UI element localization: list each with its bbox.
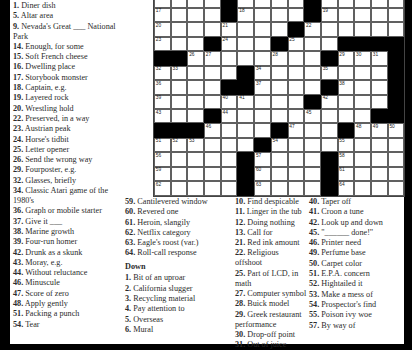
grid-cell[interactable]: [237, 22, 254, 36]
grid-cell[interactable]: [271, 22, 288, 36]
black-cell: [338, 37, 355, 51]
grid-cell[interactable]: [354, 22, 371, 36]
grid-cell[interactable]: 23: [154, 37, 171, 51]
black-cell: [388, 37, 405, 51]
grid-cell[interactable]: [304, 138, 321, 152]
grid-cell[interactable]: [288, 152, 305, 166]
grid-cell[interactable]: [187, 181, 204, 195]
grid-cell[interactable]: [204, 8, 221, 22]
grid-cell[interactable]: [271, 181, 288, 195]
grid-cell[interactable]: 38: [338, 80, 355, 94]
clue-item[interactable]: 28. Buick model: [235, 299, 307, 309]
grid-cell[interactable]: [304, 181, 321, 195]
clue-item[interactable]: 40. Taper off: [309, 197, 403, 207]
clue-item[interactable]: 43. Moray, e.g.: [13, 258, 123, 268]
grid-cell[interactable]: [304, 123, 321, 137]
clue-item[interactable]: 46. Minuscule: [13, 278, 123, 288]
grid-cell[interactable]: [354, 66, 371, 80]
clue-item[interactable]: 60. Revered one: [125, 207, 225, 217]
black-cell: [154, 51, 171, 65]
grid-cell[interactable]: [304, 152, 321, 166]
black-cell: [204, 37, 221, 51]
grid-cell[interactable]: 39: [154, 95, 171, 109]
clue-item[interactable]: 42. Drunk as a skunk: [13, 248, 123, 258]
grid-cell[interactable]: [254, 123, 271, 137]
bottom-column-2: 59. Cantilevered window60. Revered one61…: [125, 197, 225, 335]
grid-cell[interactable]: [288, 109, 305, 123]
cell-number: 21: [223, 23, 228, 29]
grid-cell[interactable]: [171, 95, 188, 109]
grid-cell[interactable]: [171, 37, 188, 51]
grid-cell[interactable]: [388, 138, 405, 152]
clue-item[interactable]: 14. Enough, for some: [13, 42, 123, 52]
grid-cell[interactable]: [254, 95, 271, 109]
grid-cell[interactable]: 43: [154, 109, 171, 123]
grid-cell[interactable]: [338, 66, 355, 80]
black-cell: [321, 167, 338, 181]
clue-item[interactable]: 42. Look up and down: [309, 218, 403, 228]
clue-number: 34.: [13, 186, 23, 195]
grid-cell[interactable]: [288, 51, 305, 65]
clue-item[interactable]: 52. Hightailed it: [309, 279, 403, 289]
black-cell: [254, 138, 271, 152]
grid-cell[interactable]: [221, 66, 238, 80]
crossword-grid[interactable]: 1234567891011121314151617181920212223242…: [153, 0, 405, 197]
clue-item[interactable]: 13. Call for: [235, 228, 307, 238]
grid-cell[interactable]: [204, 80, 221, 94]
grid-cell[interactable]: [171, 152, 188, 166]
grid-cell[interactable]: [338, 95, 355, 109]
grid-cell[interactable]: 57: [254, 152, 271, 166]
clue-number: 51.: [13, 309, 23, 318]
grid-cell[interactable]: [271, 8, 288, 22]
grid-cell[interactable]: 29: [338, 51, 355, 65]
clue-item[interactable]: 2. California slugger: [125, 284, 225, 294]
grid-cell[interactable]: [271, 152, 288, 166]
grid-cell[interactable]: [371, 167, 388, 181]
grid-cell[interactable]: [321, 22, 338, 36]
grid-cell[interactable]: 52: [171, 138, 188, 152]
grid-cell[interactable]: [171, 8, 188, 22]
grid-cell[interactable]: [354, 152, 371, 166]
clue-item[interactable]: 4. Pay attention to: [125, 304, 225, 314]
grid-cell[interactable]: 40: [221, 95, 238, 109]
clue-number: 14.: [13, 42, 23, 51]
clue-item[interactable]: 27. Computer symbol: [235, 289, 307, 299]
clue-item[interactable]: 36. Graph or mobile starter: [13, 206, 123, 216]
clue-number: 29.: [13, 165, 23, 174]
clue-number: 17.: [13, 73, 23, 82]
grid-cell[interactable]: 30: [354, 51, 371, 65]
across-clues-column-2: 59. Cantilevered window60. Revered one61…: [125, 197, 225, 258]
grid-cell[interactable]: [371, 138, 388, 152]
grid-cell[interactable]: [187, 167, 204, 181]
clue-item[interactable]: 26. Send the wrong way: [13, 155, 123, 165]
grid-cell[interactable]: 58: [338, 152, 355, 166]
grid-cell[interactable]: 18: [237, 8, 254, 22]
grid-cell[interactable]: 25: [288, 37, 305, 51]
black-cell: [221, 8, 238, 22]
grid-cell[interactable]: 63: [254, 181, 271, 195]
grid-cell[interactable]: [321, 109, 338, 123]
grid-cell[interactable]: 16: [321, 0, 338, 8]
grid-cell[interactable]: [388, 0, 405, 8]
grid-cell[interactable]: 53: [187, 138, 204, 152]
grid-cell[interactable]: 62: [154, 181, 171, 195]
grid-cell[interactable]: 33: [171, 66, 188, 80]
clue-number: 16.: [13, 62, 23, 71]
grid-cell[interactable]: [371, 95, 388, 109]
clue-item[interactable]: 31. Out of juice: [235, 340, 307, 350]
clue-item[interactable]: 22. Religious offshoot: [235, 248, 307, 268]
clue-item[interactable]: 5. Altar area: [13, 11, 123, 21]
grid-cell[interactable]: 51: [154, 138, 171, 152]
grid-cell[interactable]: 59: [154, 167, 171, 181]
grid-cell[interactable]: 34: [254, 66, 271, 80]
grid-cell[interactable]: [187, 22, 204, 36]
grid-cell[interactable]: [354, 109, 371, 123]
grid-cell[interactable]: [221, 167, 238, 181]
cell-number: 42: [323, 95, 328, 101]
clue-item[interactable]: 48. Apply gently: [13, 299, 123, 309]
clue-number: 2.: [125, 284, 131, 293]
grid-cell[interactable]: 46: [204, 123, 221, 137]
clue-item[interactable]: 34. Classic Atari game of the 1980's: [13, 186, 123, 206]
grid-cell[interactable]: [254, 51, 271, 65]
cell-number: 44: [223, 110, 228, 116]
grid-cell[interactable]: [321, 123, 338, 137]
clue-item[interactable]: 30. Drop-off point: [235, 330, 307, 340]
grid-cell[interactable]: [388, 8, 405, 22]
grid-cell[interactable]: [237, 51, 254, 65]
cell-number: 43: [156, 110, 161, 116]
grid-cell[interactable]: [371, 80, 388, 94]
grid-cell[interactable]: 49: [371, 123, 388, 137]
grid-cell[interactable]: 45: [304, 109, 321, 123]
clue-item[interactable]: 54. Tear: [13, 320, 123, 330]
grid-cell[interactable]: [371, 66, 388, 80]
grid-cell[interactable]: [338, 109, 355, 123]
clue-number: 1.: [13, 1, 19, 10]
clue-item[interactable]: 17. Storybook monster: [13, 73, 123, 83]
grid-cell[interactable]: [321, 138, 338, 152]
grid-cell[interactable]: [221, 123, 238, 137]
cell-number: 53: [189, 138, 194, 144]
clue-item[interactable]: 15. Soft French cheese: [13, 52, 123, 62]
grid-cell[interactable]: [388, 167, 405, 181]
clue-item[interactable]: 25. Part of LCD, in math: [235, 269, 307, 289]
grid-cell[interactable]: [321, 37, 338, 51]
grid-cell[interactable]: [271, 66, 288, 80]
cell-number: 17: [156, 8, 161, 14]
grid-cell[interactable]: 36: [154, 80, 171, 94]
grid-cell[interactable]: [354, 0, 371, 8]
grid-cell[interactable]: [271, 95, 288, 109]
grid-cell[interactable]: [204, 181, 221, 195]
grid-cell[interactable]: [237, 37, 254, 51]
clue-item[interactable]: 64. Roll-call response: [125, 248, 225, 258]
grid-cell[interactable]: 14: [154, 0, 171, 8]
grid-cell[interactable]: [204, 22, 221, 36]
grid-cell[interactable]: [237, 138, 254, 152]
grid-cell[interactable]: 50: [388, 123, 405, 137]
clue-item[interactable]: 3. Recycling material: [125, 294, 225, 304]
grid-cell[interactable]: [187, 37, 204, 51]
grid-cell[interactable]: [271, 167, 288, 181]
grid-cell[interactable]: [271, 80, 288, 94]
grid-cell[interactable]: [221, 152, 238, 166]
grid-cell[interactable]: [187, 80, 204, 94]
grid-cell[interactable]: [304, 66, 321, 80]
black-cell: [271, 123, 288, 137]
grid-cell[interactable]: [354, 181, 371, 195]
grid-cell[interactable]: [254, 0, 271, 8]
clue-number: 11.: [235, 207, 245, 216]
clue-number: 5.: [125, 315, 131, 324]
grid-cell[interactable]: [221, 138, 238, 152]
cell-number: 35: [323, 66, 328, 72]
clue-item[interactable]: 50. Carpet color: [309, 259, 403, 269]
across-clues-column-1: 1. Diner dish5. Altar area9. Nevada's Gr…: [13, 1, 123, 330]
grid-cell[interactable]: 19: [321, 8, 338, 22]
clue-item[interactable]: 51. Packing a punch: [13, 309, 123, 319]
clue-item[interactable]: 22. Preserved, in a way: [13, 114, 123, 124]
grid-cell[interactable]: [271, 0, 288, 8]
clue-number: 6.: [125, 325, 131, 334]
clue-number: 26.: [13, 155, 23, 164]
grid-cell[interactable]: [221, 51, 238, 65]
clue-item[interactable]: 41. Croon a tune: [309, 207, 403, 217]
grid-cell[interactable]: [304, 80, 321, 94]
grid-cell[interactable]: [388, 181, 405, 195]
grid-cell[interactable]: [171, 109, 188, 123]
clue-item[interactable]: 5. Overseas: [125, 315, 225, 325]
grid-cell[interactable]: 32: [154, 66, 171, 80]
black-cell: [171, 123, 188, 137]
grid-cell[interactable]: [187, 0, 204, 8]
cell-number: 20: [156, 23, 161, 29]
grid-cell[interactable]: [288, 66, 305, 80]
grid-cell[interactable]: 61: [338, 167, 355, 181]
clue-item[interactable]: 38. Marine growth: [13, 227, 123, 237]
cell-number: 46: [206, 124, 211, 130]
grid-cell[interactable]: 22: [304, 22, 321, 36]
clue-number: 46.: [309, 238, 319, 247]
clue-item[interactable]: 51. E.P.A. concern: [309, 269, 403, 279]
grid-cell[interactable]: [354, 80, 371, 94]
clue-item[interactable]: 19. Layered rock: [13, 93, 123, 103]
clue-number: 37.: [13, 217, 23, 226]
grid-cell[interactable]: [288, 138, 305, 152]
grid-cell[interactable]: 28: [271, 51, 288, 65]
cell-number: 41: [239, 95, 244, 101]
grid-cell[interactable]: [187, 8, 204, 22]
grid-cell[interactable]: [187, 66, 204, 80]
cell-number: 36: [156, 81, 161, 87]
grid-cell[interactable]: [371, 0, 388, 8]
clue-item[interactable]: 6. Mural: [125, 325, 225, 335]
clue-item[interactable]: 44. Without reluctance: [13, 268, 123, 278]
grid-cell[interactable]: [204, 66, 221, 80]
grid-cell[interactable]: [204, 152, 221, 166]
clue-item[interactable]: 39. Four-run homer: [13, 237, 123, 247]
clue-item[interactable]: 23. Austrian peak: [13, 124, 123, 134]
black-cell: [221, 0, 238, 8]
clue-item[interactable]: 55. Poison ivy woe: [309, 310, 403, 320]
clue-item[interactable]: 1. Diner dish: [13, 1, 123, 11]
grid-cell[interactable]: [288, 95, 305, 109]
clue-item[interactable]: 37. Give it ___: [13, 217, 123, 227]
grid-cell[interactable]: 15: [237, 0, 254, 8]
grid-cell[interactable]: [304, 51, 321, 65]
cell-number: 45: [306, 110, 311, 116]
grid-cell[interactable]: 17: [154, 8, 171, 22]
clue-number: 63.: [125, 238, 135, 247]
clue-item[interactable]: 53. Make a mess of: [309, 290, 403, 300]
grid-cell[interactable]: 26: [187, 51, 204, 65]
clue-item[interactable]: 21. Red ink amount: [235, 238, 307, 248]
grid-cell[interactable]: [237, 123, 254, 137]
grid-cell[interactable]: [187, 152, 204, 166]
grid-cell[interactable]: 31: [371, 51, 388, 65]
clue-number: 43.: [13, 258, 23, 267]
clue-item[interactable]: 11. Linger in the tub: [235, 207, 307, 217]
clue-item[interactable]: 29. Fourposter, e.g.: [13, 165, 123, 175]
cell-number: 55: [339, 138, 344, 144]
grid-cell[interactable]: [288, 8, 305, 22]
clue-item[interactable]: 24. Horse's tidbit: [13, 135, 123, 145]
clue-item[interactable]: 10. Find despicable: [235, 197, 307, 207]
grid-cell[interactable]: [288, 0, 305, 8]
grid-cell[interactable]: [371, 181, 388, 195]
grid-cell[interactable]: [338, 22, 355, 36]
clue-number: 51.: [309, 269, 319, 278]
grid-cell[interactable]: [288, 181, 305, 195]
grid-cell[interactable]: [354, 8, 371, 22]
clue-item[interactable]: 25. Letter opener: [13, 145, 123, 155]
grid-cell[interactable]: [354, 138, 371, 152]
grid-cell[interactable]: [221, 181, 238, 195]
grid-cell[interactable]: 41: [237, 95, 254, 109]
clue-item[interactable]: 47. Score of zero: [13, 289, 123, 299]
grid-cell[interactable]: [204, 167, 221, 181]
grid-cell[interactable]: 44: [221, 109, 238, 123]
clue-item[interactable]: 16. Dwelling place: [13, 62, 123, 72]
clue-number: 36.: [13, 206, 23, 215]
grid-cell[interactable]: [338, 8, 355, 22]
clue-item[interactable]: 59. Cantilevered window: [125, 197, 225, 207]
grid-cell[interactable]: [171, 80, 188, 94]
clue-item[interactable]: 20. Wrestling hold: [13, 104, 123, 114]
grid-cell[interactable]: [204, 0, 221, 8]
grid-cell[interactable]: 56: [154, 152, 171, 166]
grid-cell[interactable]: 60: [254, 167, 271, 181]
clue-number: 41.: [309, 207, 319, 216]
cell-number: 38: [339, 81, 344, 87]
clue-number: 57.: [309, 321, 319, 330]
grid-cell[interactable]: [388, 22, 405, 36]
clue-item[interactable]: 46. Printer need: [309, 238, 403, 248]
clue-item[interactable]: 62. Netflix category: [125, 228, 225, 238]
grid-cell[interactable]: [171, 0, 188, 8]
grid-cell[interactable]: [254, 109, 271, 123]
grid-cell[interactable]: [288, 80, 305, 94]
clue-item[interactable]: 49. Perfume base: [309, 248, 403, 258]
grid-cell[interactable]: [354, 167, 371, 181]
grid-cell[interactable]: [338, 0, 355, 8]
grid-cell[interactable]: 21: [221, 22, 238, 36]
black-cell: [237, 66, 254, 80]
black-cell: [171, 51, 188, 65]
clue-item[interactable]: 1. Bit of an uproar: [125, 273, 225, 283]
grid-cell[interactable]: [371, 152, 388, 166]
grid-cell[interactable]: [354, 95, 371, 109]
clue-item[interactable]: 18. Captain, e.g.: [13, 83, 123, 93]
grid-cell[interactable]: 24: [221, 37, 238, 51]
grid-cell[interactable]: 35: [321, 66, 338, 80]
grid-cell[interactable]: 42: [321, 95, 338, 109]
grid-cell[interactable]: [254, 37, 271, 51]
grid-cell[interactable]: 64: [338, 181, 355, 195]
grid-cell[interactable]: 48: [354, 123, 371, 137]
clue-number: 50.: [309, 259, 319, 268]
grid-cell[interactable]: [388, 152, 405, 166]
clue-item[interactable]: 54. Prospector's find: [309, 300, 403, 310]
clue-item[interactable]: 61. Heroin, slangily: [125, 218, 225, 228]
clue-number: 64.: [125, 248, 135, 257]
clue-item[interactable]: 12. Doing nothing: [235, 218, 307, 228]
clue-item[interactable]: 57. By way of: [309, 321, 403, 331]
grid-cell[interactable]: [271, 109, 288, 123]
clue-item[interactable]: 32. Glasses, briefly: [13, 176, 123, 186]
grid-cell[interactable]: [371, 8, 388, 22]
grid-cell[interactable]: [171, 22, 188, 36]
grid-cell[interactable]: [304, 167, 321, 181]
clue-number: 4.: [125, 304, 131, 313]
grid-cell[interactable]: [204, 95, 221, 109]
grid-cell[interactable]: 37: [254, 80, 271, 94]
clue-item[interactable]: 9. Nevada's Great ___ National Park: [13, 22, 123, 42]
grid-cell[interactable]: [288, 167, 305, 181]
black-cell: [371, 109, 388, 123]
grid-cell[interactable]: 27: [204, 51, 221, 65]
grid-cell[interactable]: 20: [154, 22, 171, 36]
grid-cell[interactable]: [304, 37, 321, 51]
grid-cell[interactable]: [171, 167, 188, 181]
grid-cell[interactable]: [254, 22, 271, 36]
black-cell: [321, 80, 338, 94]
grid-cell[interactable]: [171, 181, 188, 195]
grid-cell[interactable]: [204, 138, 221, 152]
grid-cell[interactable]: 55: [338, 138, 355, 152]
grid-cell[interactable]: [187, 95, 204, 109]
clue-number: 10.: [235, 197, 245, 206]
clue-item[interactable]: 63. Eagle's roost (var.): [125, 238, 225, 248]
clue-number: 22.: [13, 114, 23, 123]
grid-cell[interactable]: [187, 109, 204, 123]
grid-cell[interactable]: [254, 8, 271, 22]
black-cell: [388, 95, 405, 109]
cell-number: 30: [356, 52, 361, 58]
grid-cell[interactable]: 54: [271, 138, 288, 152]
black-cell: [321, 152, 338, 166]
black-cell: [321, 181, 338, 195]
grid-cell[interactable]: [237, 109, 254, 123]
clue-item[interactable]: 29. Greek restaurant performance: [235, 310, 307, 330]
clue-item[interactable]: 45. "______ done!": [309, 228, 403, 238]
grid-cell[interactable]: [371, 22, 388, 36]
grid-cell[interactable]: 47: [288, 123, 305, 137]
